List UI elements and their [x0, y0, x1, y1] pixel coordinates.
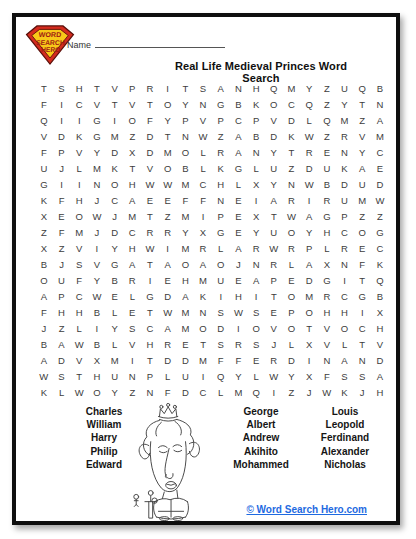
grid-cell[interactable]: J	[300, 384, 318, 400]
grid-cell[interactable]: D	[212, 320, 230, 336]
grid-cell[interactable]: K	[371, 256, 389, 272]
grid-cell[interactable]: T	[283, 144, 301, 160]
grid-cell[interactable]: E	[230, 192, 248, 208]
grid-cell[interactable]: C	[283, 96, 301, 112]
grid-cell[interactable]: R	[283, 192, 301, 208]
grid-cell[interactable]: C	[106, 192, 124, 208]
grid-cell[interactable]: I	[141, 272, 159, 288]
grid-cell[interactable]: R	[141, 80, 159, 96]
grid-cell[interactable]: S	[247, 336, 265, 352]
grid-cell[interactable]: Z	[159, 208, 177, 224]
grid-cell[interactable]: Z	[318, 80, 336, 96]
grid-cell[interactable]: F	[53, 192, 71, 208]
grid-cell[interactable]: W	[70, 384, 88, 400]
grid-cell[interactable]: E	[247, 352, 265, 368]
grid-cell[interactable]: B	[88, 336, 106, 352]
grid-cell[interactable]: B	[35, 256, 53, 272]
grid-cell[interactable]: B	[371, 288, 389, 304]
grid-cell[interactable]: Y	[283, 368, 301, 384]
grid-cell[interactable]: Q	[371, 272, 389, 288]
grid-cell[interactable]: F	[194, 192, 212, 208]
grid-cell[interactable]: W	[300, 176, 318, 192]
grid-cell[interactable]: X	[247, 208, 265, 224]
grid-cell[interactable]: D	[283, 352, 301, 368]
grid-cell[interactable]: B	[106, 272, 124, 288]
grid-cell[interactable]: A	[230, 128, 248, 144]
grid-cell[interactable]: W	[318, 384, 336, 400]
grid-cell[interactable]: H	[318, 224, 336, 240]
grid-cell[interactable]: I	[247, 288, 265, 304]
grid-cell[interactable]: R	[336, 128, 354, 144]
grid-cell[interactable]: T	[265, 288, 283, 304]
grid-cell[interactable]: M	[283, 80, 301, 96]
grid-cell[interactable]: Z	[35, 224, 53, 240]
grid-cell[interactable]: L	[123, 288, 141, 304]
grid-cell[interactable]: E	[159, 272, 177, 288]
grid-cell[interactable]: E	[230, 272, 248, 288]
grid-cell[interactable]: D	[300, 272, 318, 288]
grid-cell[interactable]: Z	[53, 240, 71, 256]
grid-cell[interactable]: Z	[283, 160, 301, 176]
grid-cell[interactable]: A	[371, 112, 389, 128]
grid-cell[interactable]: M	[177, 320, 195, 336]
grid-cell[interactable]: I	[70, 176, 88, 192]
grid-cell[interactable]: Y	[177, 224, 195, 240]
grid-cell[interactable]: U	[318, 160, 336, 176]
grid-cell[interactable]: W	[230, 304, 248, 320]
grid-cell[interactable]: L	[70, 320, 88, 336]
grid-cell[interactable]: A	[353, 160, 371, 176]
grid-cell[interactable]: I	[53, 96, 71, 112]
grid-cell[interactable]: R	[283, 240, 301, 256]
grid-cell[interactable]: Q	[318, 112, 336, 128]
grid-cell[interactable]: S	[194, 80, 212, 96]
grid-cell[interactable]: O	[300, 304, 318, 320]
grid-cell[interactable]: W	[88, 288, 106, 304]
grid-cell[interactable]: F	[353, 256, 371, 272]
grid-cell[interactable]: A	[265, 192, 283, 208]
grid-cell[interactable]: F	[35, 96, 53, 112]
grid-cell[interactable]: S	[70, 256, 88, 272]
grid-cell[interactable]: V	[194, 112, 212, 128]
grid-cell[interactable]: I	[123, 352, 141, 368]
grid-cell[interactable]: H	[336, 304, 354, 320]
grid-cell[interactable]: P	[336, 208, 354, 224]
grid-cell[interactable]: S	[353, 368, 371, 384]
grid-cell[interactable]: K	[70, 128, 88, 144]
grid-cell[interactable]: M	[336, 112, 354, 128]
grid-cell[interactable]: B	[230, 96, 248, 112]
grid-cell[interactable]: R	[194, 240, 212, 256]
grid-cell[interactable]: T	[265, 208, 283, 224]
grid-cell[interactable]: A	[35, 352, 53, 368]
grid-cell[interactable]: F	[212, 352, 230, 368]
grid-cell[interactable]: L	[230, 176, 248, 192]
grid-cell[interactable]: F	[141, 112, 159, 128]
grid-cell[interactable]: H	[141, 336, 159, 352]
grid-cell[interactable]: L	[283, 256, 301, 272]
grid-cell[interactable]: V	[141, 160, 159, 176]
grid-cell[interactable]: Q	[247, 384, 265, 400]
grid-cell[interactable]: C	[194, 384, 212, 400]
grid-cell[interactable]: S	[212, 336, 230, 352]
grid-cell[interactable]: I	[88, 320, 106, 336]
grid-cell[interactable]: X	[247, 176, 265, 192]
grid-cell[interactable]: J	[230, 256, 248, 272]
grid-cell[interactable]: P	[53, 288, 71, 304]
grid-cell[interactable]: O	[159, 96, 177, 112]
grid-cell[interactable]: L	[247, 368, 265, 384]
footer-link[interactable]: © Word Search Hero.com	[246, 504, 367, 515]
grid-cell[interactable]: C	[194, 176, 212, 192]
grid-cell[interactable]: V	[70, 352, 88, 368]
grid-cell[interactable]: C	[70, 96, 88, 112]
grid-cell[interactable]: Q	[212, 368, 230, 384]
grid-cell[interactable]: A	[212, 80, 230, 96]
grid-cell[interactable]: R	[212, 144, 230, 160]
grid-cell[interactable]: Y	[106, 320, 124, 336]
grid-cell[interactable]: O	[265, 96, 283, 112]
grid-cell[interactable]: X	[88, 352, 106, 368]
grid-cell[interactable]: N	[88, 176, 106, 192]
grid-cell[interactable]: C	[336, 224, 354, 240]
grid-cell[interactable]: U	[106, 368, 124, 384]
grid-cell[interactable]: K	[212, 160, 230, 176]
grid-cell[interactable]: I	[353, 304, 371, 320]
grid-cell[interactable]: O	[70, 208, 88, 224]
grid-cell[interactable]: O	[88, 384, 106, 400]
grid-cell[interactable]: O	[247, 320, 265, 336]
grid-cell[interactable]: O	[283, 320, 301, 336]
grid-cell[interactable]: P	[283, 304, 301, 320]
grid-cell[interactable]: T	[177, 80, 195, 96]
grid-cell[interactable]: N	[141, 384, 159, 400]
grid-cell[interactable]: U	[336, 192, 354, 208]
grid-cell[interactable]: H	[123, 176, 141, 192]
grid-cell[interactable]: Y	[300, 224, 318, 240]
grid-cell[interactable]: H	[88, 368, 106, 384]
grid-cell[interactable]: V	[35, 128, 53, 144]
grid-cell[interactable]: P	[141, 368, 159, 384]
grid-cell[interactable]: G	[318, 272, 336, 288]
grid-cell[interactable]: R	[230, 336, 248, 352]
grid-cell[interactable]: X	[300, 336, 318, 352]
grid-cell[interactable]: U	[265, 160, 283, 176]
grid-cell[interactable]: H	[123, 240, 141, 256]
grid-cell[interactable]: H	[177, 272, 195, 288]
grid-cell[interactable]: D	[106, 144, 124, 160]
grid-cell[interactable]: R	[265, 256, 283, 272]
grid-cell[interactable]: E	[371, 160, 389, 176]
grid-cell[interactable]: L	[318, 240, 336, 256]
grid-cell[interactable]: E	[159, 192, 177, 208]
grid-cell[interactable]: G	[88, 128, 106, 144]
grid-cell[interactable]: T	[70, 368, 88, 384]
grid-cell[interactable]: A	[371, 368, 389, 384]
grid-cell[interactable]: M	[123, 208, 141, 224]
grid-cell[interactable]: V	[88, 256, 106, 272]
grid-cell[interactable]: F	[177, 192, 195, 208]
grid-cell[interactable]: V	[353, 128, 371, 144]
grid-cell[interactable]: V	[88, 96, 106, 112]
grid-cell[interactable]: T	[194, 336, 212, 352]
grid-cell[interactable]: Q	[35, 112, 53, 128]
grid-cell[interactable]: J	[106, 208, 124, 224]
grid-cell[interactable]: S	[123, 320, 141, 336]
grid-cell[interactable]: T	[141, 96, 159, 112]
grid-cell[interactable]: I	[300, 192, 318, 208]
grid-cell[interactable]: W	[88, 208, 106, 224]
grid-cell[interactable]: I	[336, 272, 354, 288]
grid-cell[interactable]: E	[230, 224, 248, 240]
grid-cell[interactable]: M	[88, 160, 106, 176]
grid-cell[interactable]: E	[318, 144, 336, 160]
grid-cell[interactable]: M	[70, 224, 88, 240]
grid-cell[interactable]: V	[70, 144, 88, 160]
grid-cell[interactable]: D	[141, 128, 159, 144]
grid-cell[interactable]: M	[371, 128, 389, 144]
grid-cell[interactable]: I	[300, 352, 318, 368]
grid-cell[interactable]: C	[353, 320, 371, 336]
grid-cell[interactable]: C	[141, 320, 159, 336]
grid-cell[interactable]: Q	[300, 96, 318, 112]
grid-cell[interactable]: D	[159, 288, 177, 304]
grid-cell[interactable]: O	[177, 256, 195, 272]
grid-cell[interactable]: P	[123, 80, 141, 96]
grid-cell[interactable]: D	[283, 112, 301, 128]
grid-cell[interactable]: I	[265, 384, 283, 400]
grid-cell[interactable]: W	[35, 368, 53, 384]
grid-cell[interactable]: L	[336, 336, 354, 352]
grid-cell[interactable]: T	[141, 256, 159, 272]
grid-cell[interactable]: O	[212, 256, 230, 272]
grid-cell[interactable]: I	[212, 288, 230, 304]
grid-cell[interactable]: Q	[265, 80, 283, 96]
grid-cell[interactable]: H	[318, 304, 336, 320]
grid-cell[interactable]: N	[247, 144, 265, 160]
grid-cell[interactable]: V	[70, 240, 88, 256]
grid-cell[interactable]: Z	[212, 128, 230, 144]
grid-cell[interactable]: W	[265, 240, 283, 256]
grid-cell[interactable]: X	[194, 224, 212, 240]
grid-cell[interactable]: W	[159, 304, 177, 320]
grid-cell[interactable]: D	[300, 160, 318, 176]
grid-cell[interactable]: M	[230, 384, 248, 400]
grid-cell[interactable]: S	[247, 304, 265, 320]
grid-cell[interactable]: Y	[247, 224, 265, 240]
grid-cell[interactable]: J	[88, 224, 106, 240]
grid-cell[interactable]: B	[88, 304, 106, 320]
grid-cell[interactable]: Y	[265, 176, 283, 192]
grid-cell[interactable]: A	[123, 256, 141, 272]
grid-cell[interactable]: R	[318, 192, 336, 208]
grid-cell[interactable]: Z	[353, 112, 371, 128]
grid-cell[interactable]: A	[300, 208, 318, 224]
grid-cell[interactable]: R	[247, 240, 265, 256]
grid-cell[interactable]: T	[141, 208, 159, 224]
grid-cell[interactable]: L	[212, 240, 230, 256]
grid-cell[interactable]: H	[70, 304, 88, 320]
grid-cell[interactable]: E	[141, 192, 159, 208]
grid-cell[interactable]: L	[159, 368, 177, 384]
grid-cell[interactable]: D	[53, 352, 71, 368]
grid-cell[interactable]: T	[123, 160, 141, 176]
grid-cell[interactable]: R	[318, 288, 336, 304]
grid-cell[interactable]: G	[212, 224, 230, 240]
grid-cell[interactable]: P	[177, 112, 195, 128]
grid-cell[interactable]: D	[336, 176, 354, 192]
grid-cell[interactable]: T	[353, 336, 371, 352]
grid-cell[interactable]: N	[371, 96, 389, 112]
grid-cell[interactable]: A	[194, 256, 212, 272]
grid-cell[interactable]: I	[106, 112, 124, 128]
grid-cell[interactable]: K	[35, 192, 53, 208]
grid-cell[interactable]: F	[230, 352, 248, 368]
grid-cell[interactable]: M	[106, 128, 124, 144]
grid-cell[interactable]: L	[70, 160, 88, 176]
grid-cell[interactable]: L	[283, 336, 301, 352]
grid-cell[interactable]: D	[106, 224, 124, 240]
grid-cell[interactable]: F	[159, 384, 177, 400]
grid-cell[interactable]: W	[265, 368, 283, 384]
grid-cell[interactable]: H	[70, 80, 88, 96]
grid-cell[interactable]: T	[159, 128, 177, 144]
grid-cell[interactable]: J	[35, 320, 53, 336]
grid-cell[interactable]: Y	[88, 144, 106, 160]
grid-cell[interactable]: M	[177, 304, 195, 320]
grid-cell[interactable]: N	[194, 304, 212, 320]
grid-cell[interactable]: O	[336, 320, 354, 336]
grid-cell[interactable]: T	[353, 96, 371, 112]
grid-cell[interactable]: F	[35, 304, 53, 320]
grid-cell[interactable]: N	[318, 352, 336, 368]
grid-cell[interactable]: C	[230, 112, 248, 128]
grid-cell[interactable]: U	[53, 272, 71, 288]
grid-cell[interactable]: A	[247, 272, 265, 288]
grid-cell[interactable]: P	[212, 112, 230, 128]
grid-cell[interactable]: M	[159, 144, 177, 160]
grid-cell[interactable]: W	[70, 336, 88, 352]
grid-cell[interactable]: Z	[283, 384, 301, 400]
grid-cell[interactable]: A	[159, 256, 177, 272]
grid-cell[interactable]: E	[353, 240, 371, 256]
grid-cell[interactable]: K	[247, 96, 265, 112]
grid-cell[interactable]: H	[53, 304, 71, 320]
grid-cell[interactable]: L	[106, 336, 124, 352]
grid-cell[interactable]: I	[88, 240, 106, 256]
grid-cell[interactable]: D	[371, 176, 389, 192]
grid-cell[interactable]: F	[318, 368, 336, 384]
grid-cell[interactable]: A	[35, 288, 53, 304]
grid-cell[interactable]: E	[283, 272, 301, 288]
grid-cell[interactable]: V	[106, 80, 124, 96]
grid-cell[interactable]: N	[247, 256, 265, 272]
grid-cell[interactable]: Y	[177, 96, 195, 112]
grid-cell[interactable]: B	[371, 80, 389, 96]
grid-cell[interactable]: J	[53, 160, 71, 176]
grid-cell[interactable]: I	[194, 208, 212, 224]
grid-cell[interactable]: X	[371, 304, 389, 320]
grid-cell[interactable]: C	[70, 288, 88, 304]
grid-cell[interactable]: Y	[88, 272, 106, 288]
grid-cell[interactable]: V	[318, 336, 336, 352]
grid-cell[interactable]: M	[177, 208, 195, 224]
grid-cell[interactable]: Q	[353, 80, 371, 96]
grid-cell[interactable]: Z	[123, 384, 141, 400]
grid-cell[interactable]: C	[336, 288, 354, 304]
grid-cell[interactable]: X	[318, 256, 336, 272]
grid-cell[interactable]: H	[247, 80, 265, 96]
grid-cell[interactable]: N	[177, 128, 195, 144]
grid-cell[interactable]: N	[212, 192, 230, 208]
grid-cell[interactable]: X	[35, 240, 53, 256]
grid-cell[interactable]: H	[212, 176, 230, 192]
grid-cell[interactable]: W	[141, 176, 159, 192]
grid-cell[interactable]: E	[106, 288, 124, 304]
grid-cell[interactable]: Y	[159, 112, 177, 128]
grid-cell[interactable]: E	[123, 304, 141, 320]
grid-cell[interactable]: U	[336, 80, 354, 96]
grid-cell[interactable]: E	[230, 208, 248, 224]
grid-cell[interactable]: P	[212, 208, 230, 224]
grid-cell[interactable]: O	[283, 288, 301, 304]
grid-cell[interactable]: D	[177, 352, 195, 368]
grid-cell[interactable]: P	[247, 112, 265, 128]
grid-cell[interactable]: A	[230, 144, 248, 160]
grid-cell[interactable]: A	[300, 256, 318, 272]
grid-cell[interactable]: R	[141, 224, 159, 240]
grid-cell[interactable]: A	[230, 240, 248, 256]
grid-cell[interactable]: Z	[353, 208, 371, 224]
grid-cell[interactable]: G	[371, 224, 389, 240]
grid-cell[interactable]: E	[177, 336, 195, 352]
grid-cell[interactable]: Y	[265, 144, 283, 160]
grid-cell[interactable]: L	[53, 384, 71, 400]
grid-cell[interactable]: B	[318, 176, 336, 192]
grid-cell[interactable]: O	[35, 272, 53, 288]
grid-cell[interactable]: K	[194, 288, 212, 304]
grid-cell[interactable]: N	[123, 368, 141, 384]
grid-cell[interactable]: X	[300, 368, 318, 384]
grid-cell[interactable]: N	[283, 176, 301, 192]
grid-cell[interactable]: I	[247, 192, 265, 208]
grid-cell[interactable]: S	[336, 368, 354, 384]
grid-cell[interactable]: L	[194, 160, 212, 176]
grid-cell[interactable]: P	[265, 272, 283, 288]
grid-cell[interactable]: I	[230, 320, 248, 336]
grid-cell[interactable]: T	[141, 352, 159, 368]
grid-cell[interactable]: P	[53, 144, 71, 160]
grid-cell[interactable]: I	[53, 176, 71, 192]
grid-cell[interactable]: K	[283, 128, 301, 144]
grid-cell[interactable]: F	[35, 144, 53, 160]
grid-cell[interactable]: H	[230, 288, 248, 304]
grid-cell[interactable]: B	[247, 128, 265, 144]
grid-cell[interactable]: L	[247, 160, 265, 176]
grid-cell[interactable]: Z	[371, 208, 389, 224]
grid-cell[interactable]: Y	[106, 384, 124, 400]
grid-cell[interactable]: M	[194, 272, 212, 288]
grid-cell[interactable]: T	[106, 96, 124, 112]
grid-cell[interactable]: V	[265, 112, 283, 128]
grid-cell[interactable]: J	[88, 192, 106, 208]
grid-cell[interactable]: W	[159, 176, 177, 192]
grid-cell[interactable]: Y	[300, 80, 318, 96]
grid-cell[interactable]: U	[35, 160, 53, 176]
grid-cell[interactable]: I	[159, 80, 177, 96]
grid-cell[interactable]: I	[194, 368, 212, 384]
grid-cell[interactable]: K	[336, 160, 354, 176]
